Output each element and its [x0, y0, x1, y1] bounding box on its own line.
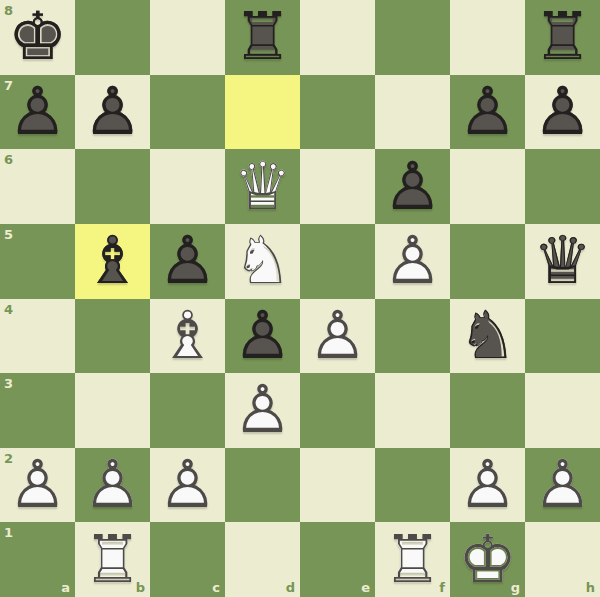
square-c4[interactable]: ♝♗: [150, 299, 225, 374]
white-pawn-b2[interactable]: ♟♙: [75, 448, 150, 523]
square-h6[interactable]: [525, 149, 600, 224]
square-g5[interactable]: [450, 224, 525, 299]
square-a3[interactable]: 3: [0, 373, 75, 448]
square-a4[interactable]: 4: [0, 299, 75, 374]
piece-glyph-outline: ♕: [225, 149, 300, 224]
square-b8[interactable]: [75, 0, 150, 75]
square-b1[interactable]: b♜♖: [75, 522, 150, 597]
piece-glyph-outline: ♙: [525, 75, 600, 150]
file-label-d: d: [286, 580, 295, 595]
square-f6[interactable]: ♟♙: [375, 149, 450, 224]
square-f7[interactable]: [375, 75, 450, 150]
square-c6[interactable]: [150, 149, 225, 224]
square-f4[interactable]: [375, 299, 450, 374]
square-h5[interactable]: ♛♕: [525, 224, 600, 299]
black-pawn-d4[interactable]: ♟♙: [225, 299, 300, 374]
white-queen-d6[interactable]: ♛♕: [225, 149, 300, 224]
square-g1[interactable]: g♚♔: [450, 522, 525, 597]
piece-glyph-outline: ♙: [375, 149, 450, 224]
square-h2[interactable]: ♟♙: [525, 448, 600, 523]
black-pawn-c5[interactable]: ♟♙: [150, 224, 225, 299]
square-f3[interactable]: [375, 373, 450, 448]
white-pawn-g2[interactable]: ♟♙: [450, 448, 525, 523]
square-f1[interactable]: f♜♖: [375, 522, 450, 597]
white-pawn-d3[interactable]: ♟♙: [225, 373, 300, 448]
piece-glyph-outline: ♙: [75, 448, 150, 523]
black-queen-h5[interactable]: ♛♕: [525, 224, 600, 299]
black-rook-d8[interactable]: ♜♖: [225, 0, 300, 75]
square-d4[interactable]: ♟♙: [225, 299, 300, 374]
white-king-g1[interactable]: ♚♔: [450, 522, 525, 597]
square-e1[interactable]: e: [300, 522, 375, 597]
square-c8[interactable]: [150, 0, 225, 75]
piece-glyph-outline: ♗: [150, 299, 225, 374]
file-label-h: h: [586, 580, 595, 595]
white-knight-d5[interactable]: ♞♘: [225, 224, 300, 299]
square-h1[interactable]: h: [525, 522, 600, 597]
square-d8[interactable]: ♜♖: [225, 0, 300, 75]
square-g8[interactable]: [450, 0, 525, 75]
square-c2[interactable]: ♟♙: [150, 448, 225, 523]
black-knight-g4[interactable]: ♞♘: [450, 299, 525, 374]
square-e5[interactable]: [300, 224, 375, 299]
rank-label-1: 1: [4, 525, 13, 540]
piece-glyph-outline: ♙: [0, 448, 75, 523]
black-bishop-b5[interactable]: ♝♗: [75, 224, 150, 299]
square-h8[interactable]: ♜♖: [525, 0, 600, 75]
piece-glyph-outline: ♙: [450, 448, 525, 523]
square-e2[interactable]: [300, 448, 375, 523]
square-a1[interactable]: 1a: [0, 522, 75, 597]
white-pawn-f5[interactable]: ♟♙: [375, 224, 450, 299]
piece-glyph-outline: ♙: [225, 373, 300, 448]
square-a7[interactable]: 7♟♙: [0, 75, 75, 150]
piece-glyph-outline: ♘: [225, 224, 300, 299]
black-pawn-a7[interactable]: ♟♙: [0, 75, 75, 150]
piece-glyph-outline: ♙: [525, 448, 600, 523]
square-h3[interactable]: [525, 373, 600, 448]
square-b5[interactable]: ♝♗: [75, 224, 150, 299]
square-d1[interactable]: d: [225, 522, 300, 597]
square-b4[interactable]: [75, 299, 150, 374]
white-pawn-e4[interactable]: ♟♙: [300, 299, 375, 374]
black-rook-h8[interactable]: ♜♖: [525, 0, 600, 75]
rank-label-6: 6: [4, 152, 13, 167]
square-g4[interactable]: ♞♘: [450, 299, 525, 374]
piece-glyph-outline: ♙: [75, 75, 150, 150]
square-b3[interactable]: [75, 373, 150, 448]
square-e8[interactable]: [300, 0, 375, 75]
piece-glyph-outline: ♙: [375, 224, 450, 299]
square-e7[interactable]: [300, 75, 375, 150]
square-d5[interactable]: ♞♘: [225, 224, 300, 299]
square-h7[interactable]: ♟♙: [525, 75, 600, 150]
square-c3[interactable]: [150, 373, 225, 448]
file-label-e: e: [361, 580, 370, 595]
square-g3[interactable]: [450, 373, 525, 448]
white-pawn-h2[interactable]: ♟♙: [525, 448, 600, 523]
square-b7[interactable]: ♟♙: [75, 75, 150, 150]
square-d3[interactable]: ♟♙: [225, 373, 300, 448]
square-e4[interactable]: ♟♙: [300, 299, 375, 374]
black-pawn-g7[interactable]: ♟♙: [450, 75, 525, 150]
square-c7[interactable]: [150, 75, 225, 150]
square-f5[interactable]: ♟♙: [375, 224, 450, 299]
square-g6[interactable]: [450, 149, 525, 224]
square-a6[interactable]: 6: [0, 149, 75, 224]
square-d2[interactable]: [225, 448, 300, 523]
square-d7[interactable]: [225, 75, 300, 150]
piece-glyph-outline: ♗: [75, 224, 150, 299]
white-rook-f1[interactable]: ♜♖: [375, 522, 450, 597]
rank-label-3: 3: [4, 376, 13, 391]
piece-glyph-outline: ♖: [375, 522, 450, 597]
square-f2[interactable]: [375, 448, 450, 523]
square-f8[interactable]: [375, 0, 450, 75]
square-c5[interactable]: ♟♙: [150, 224, 225, 299]
square-b6[interactable]: [75, 149, 150, 224]
file-label-c: c: [212, 580, 220, 595]
white-pawn-a2[interactable]: ♟♙: [0, 448, 75, 523]
square-g2[interactable]: ♟♙: [450, 448, 525, 523]
piece-glyph-outline: ♖: [525, 0, 600, 75]
square-c1[interactable]: c: [150, 522, 225, 597]
square-g7[interactable]: ♟♙: [450, 75, 525, 150]
black-king-a8[interactable]: ♚♔: [0, 0, 75, 75]
chess-board: 8♚♔♜♖♜♖7♟♙♟♙♟♙♟♙6♛♕♟♙5♝♗♟♙♞♘♟♙♛♕4♝♗♟♙♟♙♞…: [0, 0, 600, 597]
square-a2[interactable]: 2♟♙: [0, 448, 75, 523]
white-pawn-c2[interactable]: ♟♙: [150, 448, 225, 523]
piece-glyph-outline: ♖: [225, 0, 300, 75]
piece-glyph-outline: ♘: [450, 299, 525, 374]
white-rook-b1[interactable]: ♜♖: [75, 522, 150, 597]
piece-glyph-outline: ♖: [75, 522, 150, 597]
square-a5[interactable]: 5: [0, 224, 75, 299]
black-pawn-f6[interactable]: ♟♙: [375, 149, 450, 224]
piece-glyph-outline: ♙: [450, 75, 525, 150]
piece-glyph-outline: ♙: [225, 299, 300, 374]
piece-glyph-outline: ♙: [300, 299, 375, 374]
black-pawn-h7[interactable]: ♟♙: [525, 75, 600, 150]
rank-label-4: 4: [4, 302, 13, 317]
square-b2[interactable]: ♟♙: [75, 448, 150, 523]
square-a8[interactable]: 8♚♔: [0, 0, 75, 75]
black-pawn-b7[interactable]: ♟♙: [75, 75, 150, 150]
piece-glyph-outline: ♔: [450, 522, 525, 597]
file-label-a: a: [61, 580, 70, 595]
square-e3[interactable]: [300, 373, 375, 448]
piece-glyph-outline: ♕: [525, 224, 600, 299]
piece-glyph-outline: ♙: [150, 224, 225, 299]
piece-glyph-outline: ♔: [0, 0, 75, 75]
rank-label-5: 5: [4, 227, 13, 242]
square-h4[interactable]: [525, 299, 600, 374]
white-bishop-c4[interactable]: ♝♗: [150, 299, 225, 374]
square-e6[interactable]: [300, 149, 375, 224]
piece-glyph-outline: ♙: [150, 448, 225, 523]
square-d6[interactable]: ♛♕: [225, 149, 300, 224]
piece-glyph-outline: ♙: [0, 75, 75, 150]
